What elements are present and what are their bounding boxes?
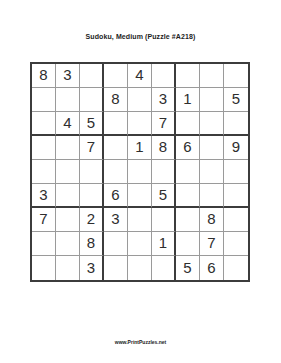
sudoku-cell-r3c2[interactable]: 4: [56, 112, 80, 136]
sudoku-cell-r7c9[interactable]: [224, 208, 248, 232]
sudoku-cell-r1c2[interactable]: 3: [56, 64, 80, 88]
sudoku-cell-r7c8[interactable]: 8: [200, 208, 224, 232]
sudoku-cell-r3c8[interactable]: [200, 112, 224, 136]
sudoku-cell-r6c1[interactable]: 3: [32, 184, 56, 208]
sudoku-cell-r6c2[interactable]: [56, 184, 80, 208]
sudoku-cell-r4c4[interactable]: [104, 136, 128, 160]
sudoku-cell-r8c3[interactable]: 8: [80, 232, 104, 256]
sudoku-cell-r7c5[interactable]: [128, 208, 152, 232]
sudoku-cell-r6c5[interactable]: [128, 184, 152, 208]
sudoku-cell-r5c8[interactable]: [200, 160, 224, 184]
sudoku-cell-r4c2[interactable]: [56, 136, 80, 160]
sudoku-cell-r6c8[interactable]: [200, 184, 224, 208]
sudoku-cell-r3c1[interactable]: [32, 112, 56, 136]
sudoku-cell-r2c6[interactable]: 3: [152, 88, 176, 112]
sudoku-cell-r7c1[interactable]: 7: [32, 208, 56, 232]
sudoku-cell-r9c2[interactable]: [56, 256, 80, 280]
sudoku-cell-r3c3[interactable]: 5: [80, 112, 104, 136]
sudoku-cell-r7c4[interactable]: 3: [104, 208, 128, 232]
sudoku-cell-r9c3[interactable]: 3: [80, 256, 104, 280]
sudoku-cell-r4c7[interactable]: 6: [176, 136, 200, 160]
sudoku-cell-r6c9[interactable]: [224, 184, 248, 208]
sudoku-cell-r3c6[interactable]: 7: [152, 112, 176, 136]
sudoku-cell-r8c6[interactable]: 1: [152, 232, 176, 256]
sudoku-cell-r6c7[interactable]: [176, 184, 200, 208]
sudoku-cell-r9c5[interactable]: [128, 256, 152, 280]
sudoku-cell-r4c3[interactable]: 7: [80, 136, 104, 160]
footer-url: www.PrintPuzzles.net: [0, 339, 281, 345]
sudoku-cell-r1c4[interactable]: [104, 64, 128, 88]
sudoku-cell-r2c8[interactable]: [200, 88, 224, 112]
sudoku-cell-r3c5[interactable]: [128, 112, 152, 136]
sudoku-cell-r5c6[interactable]: [152, 160, 176, 184]
sudoku-cell-r9c9[interactable]: [224, 256, 248, 280]
sudoku-cell-r2c9[interactable]: 5: [224, 88, 248, 112]
sudoku-cell-r7c2[interactable]: [56, 208, 80, 232]
sudoku-cell-r6c4[interactable]: 6: [104, 184, 128, 208]
sudoku-cell-r4c5[interactable]: 1: [128, 136, 152, 160]
sudoku-cell-r5c2[interactable]: [56, 160, 80, 184]
sudoku-cell-r5c3[interactable]: [80, 160, 104, 184]
sudoku-cell-r5c1[interactable]: [32, 160, 56, 184]
sudoku-cell-r5c4[interactable]: [104, 160, 128, 184]
sudoku-cell-r2c4[interactable]: 8: [104, 88, 128, 112]
sudoku-cell-r1c7[interactable]: [176, 64, 200, 88]
sudoku-cell-r8c4[interactable]: [104, 232, 128, 256]
sudoku-cell-r8c7[interactable]: [176, 232, 200, 256]
sudoku-cell-r2c1[interactable]: [32, 88, 56, 112]
sudoku-cell-r7c7[interactable]: [176, 208, 200, 232]
sudoku-page: Sudoku, Medium (Puzzle #A218) 8348315457…: [0, 0, 281, 363]
sudoku-cell-r3c9[interactable]: [224, 112, 248, 136]
sudoku-cell-r1c1[interactable]: 8: [32, 64, 56, 88]
sudoku-cell-r1c6[interactable]: [152, 64, 176, 88]
sudoku-cell-r6c3[interactable]: [80, 184, 104, 208]
sudoku-cell-r8c1[interactable]: [32, 232, 56, 256]
sudoku-cell-r8c8[interactable]: 7: [200, 232, 224, 256]
sudoku-cell-r2c7[interactable]: 1: [176, 88, 200, 112]
sudoku-cell-r1c3[interactable]: [80, 64, 104, 88]
sudoku-cell-r9c7[interactable]: 5: [176, 256, 200, 280]
sudoku-cell-r8c2[interactable]: [56, 232, 80, 256]
sudoku-cell-r4c6[interactable]: 8: [152, 136, 176, 160]
sudoku-cell-r1c8[interactable]: [200, 64, 224, 88]
sudoku-cell-r9c6[interactable]: [152, 256, 176, 280]
sudoku-cell-r4c8[interactable]: [200, 136, 224, 160]
sudoku-cell-r2c2[interactable]: [56, 88, 80, 112]
sudoku-cell-r3c4[interactable]: [104, 112, 128, 136]
sudoku-cell-r2c5[interactable]: [128, 88, 152, 112]
sudoku-cell-r9c8[interactable]: 6: [200, 256, 224, 280]
sudoku-cell-r9c1[interactable]: [32, 256, 56, 280]
sudoku-cell-r5c5[interactable]: [128, 160, 152, 184]
sudoku-cell-r6c6[interactable]: 5: [152, 184, 176, 208]
sudoku-cell-r9c4[interactable]: [104, 256, 128, 280]
sudoku-cell-r8c5[interactable]: [128, 232, 152, 256]
sudoku-cell-r7c3[interactable]: 2: [80, 208, 104, 232]
sudoku-cell-r4c1[interactable]: [32, 136, 56, 160]
puzzle-title: Sudoku, Medium (Puzzle #A218): [0, 33, 281, 40]
sudoku-cell-r5c7[interactable]: [176, 160, 200, 184]
sudoku-cell-r3c7[interactable]: [176, 112, 200, 136]
sudoku-cell-r8c9[interactable]: [224, 232, 248, 256]
sudoku-cell-r7c6[interactable]: [152, 208, 176, 232]
sudoku-cell-r5c9[interactable]: [224, 160, 248, 184]
sudoku-cell-r1c9[interactable]: [224, 64, 248, 88]
sudoku-board: 8348315457718693657238817356: [30, 62, 250, 282]
sudoku-cell-r4c9[interactable]: 9: [224, 136, 248, 160]
sudoku-cell-r2c3[interactable]: [80, 88, 104, 112]
sudoku-cell-r1c5[interactable]: 4: [128, 64, 152, 88]
